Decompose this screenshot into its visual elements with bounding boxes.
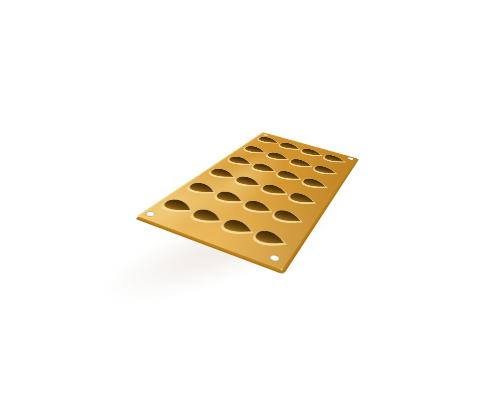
- cavity-opening: [220, 217, 257, 237]
- cavity-opening: [288, 158, 313, 169]
- mold-cavity: [252, 228, 289, 249]
- corner-hole: [347, 157, 354, 160]
- corner-hole: [268, 254, 280, 262]
- mold-cavity: [288, 158, 313, 169]
- mold-cavity: [243, 145, 268, 155]
- mold-cavity: [287, 191, 317, 206]
- mold-cavity: [271, 208, 304, 226]
- cavity-opening: [287, 191, 317, 206]
- mold-cavity: [189, 207, 226, 226]
- mold-cavity: [226, 155, 254, 167]
- mold-cavity: [160, 197, 197, 215]
- mold-cavity: [300, 147, 324, 157]
- corner-hole: [144, 211, 157, 217]
- cavity-opening: [226, 155, 254, 167]
- mold-cavity: [301, 177, 329, 190]
- cavity-opening: [275, 169, 303, 182]
- mold-cavity: [257, 136, 281, 145]
- cavity-opening: [250, 162, 278, 174]
- cavity-opening: [271, 208, 304, 226]
- mold-cavity: [265, 151, 290, 162]
- mold-cavity: [213, 189, 246, 205]
- cavity-opening: [241, 198, 274, 215]
- cavity-opening: [186, 181, 219, 196]
- mold-cavity: [208, 167, 238, 180]
- mold-cavity: [250, 162, 278, 174]
- mold-cavity: [278, 141, 302, 151]
- mold-cavity: [275, 169, 303, 182]
- mold-cavity: [322, 154, 346, 164]
- cavity-opening: [189, 207, 226, 226]
- mold-cavity: [260, 183, 290, 198]
- mold-cavity: [241, 198, 274, 215]
- cavity-opening: [208, 167, 238, 180]
- mold-cavity: [220, 217, 257, 237]
- cavity-opening: [252, 228, 289, 249]
- mold-cavity: [233, 175, 263, 189]
- mold-cavity: [186, 181, 219, 196]
- cavity-opening: [213, 189, 246, 205]
- mold-cavity: [312, 164, 337, 176]
- cavity-opening: [233, 175, 263, 189]
- cavity-opening: [260, 183, 290, 198]
- cavity-opening: [301, 177, 329, 190]
- product-photo-canvas: [0, 0, 500, 400]
